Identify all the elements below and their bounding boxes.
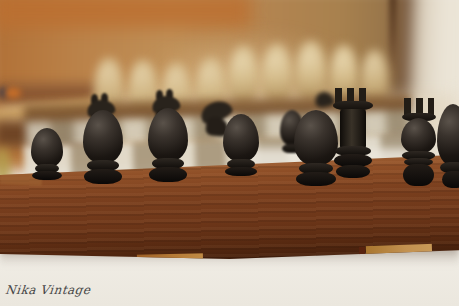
white-pawn-blurred (229, 46, 258, 106)
blurred-orange-fleck (5, 88, 21, 98)
pawn-head (31, 128, 63, 168)
pawn-head (83, 110, 123, 164)
pawn-base (32, 171, 62, 180)
white-pawn-blurred (262, 44, 292, 104)
watermark-text: Nika Vintage (4, 283, 156, 301)
pawn-head (223, 114, 259, 162)
black-pawn-piece (146, 106, 190, 184)
bishop-base (442, 171, 459, 188)
pawn-head (148, 108, 188, 162)
rook-bulb (401, 118, 436, 154)
wall-corner-edge (389, 0, 397, 74)
pawn-base (296, 172, 336, 186)
rook-base (403, 164, 434, 186)
photo-canvas: Nika Vintage (0, 0, 459, 306)
black-pawn-piece (81, 108, 125, 186)
black-bishop-piece-partial (435, 102, 459, 188)
black-pawn-piece (28, 126, 66, 180)
rook-base (336, 165, 370, 178)
inlay-notch (359, 247, 365, 255)
pawn-base (84, 169, 122, 184)
rook-column (340, 109, 366, 149)
black-rook-piece (400, 98, 438, 188)
black-pawn-piece (221, 112, 261, 176)
pawn-base (225, 167, 257, 176)
bishop-head (437, 104, 459, 166)
backdrop-orange-band (0, 0, 252, 28)
pawn-base (149, 167, 187, 182)
black-rook-piece (331, 88, 375, 180)
